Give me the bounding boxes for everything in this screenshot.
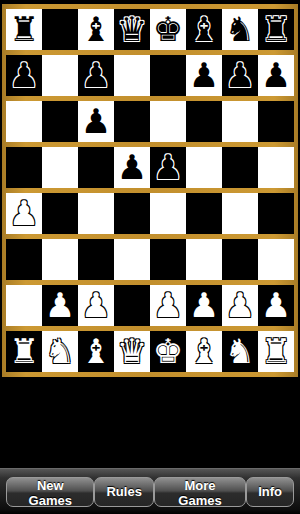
square-c1[interactable]: ♝ <box>78 331 114 372</box>
rank-4: ♟ <box>6 193 294 234</box>
square-g3[interactable] <box>222 239 258 280</box>
square-b8[interactable] <box>42 9 78 50</box>
square-h6[interactable] <box>258 101 294 142</box>
square-h5[interactable] <box>258 147 294 188</box>
square-h4[interactable] <box>258 193 294 234</box>
square-d7[interactable] <box>114 55 150 96</box>
square-d3[interactable] <box>114 239 150 280</box>
rank-2: ♟♟♟♟♟♟ <box>6 285 294 326</box>
square-a5[interactable] <box>6 147 42 188</box>
square-a7[interactable]: ♟ <box>6 55 42 96</box>
square-d8[interactable]: ♛ <box>114 9 150 50</box>
square-g4[interactable] <box>222 193 258 234</box>
bottom-toolbar: New Games Rules More Games Info <box>0 468 300 514</box>
square-e1[interactable]: ♚ <box>150 331 186 372</box>
black-bishop: ♝ <box>189 9 219 50</box>
square-b7[interactable] <box>42 55 78 96</box>
white-knight: ♞ <box>225 331 255 372</box>
square-g2[interactable]: ♟ <box>222 285 258 326</box>
white-pawn: ♟ <box>45 285 75 326</box>
new-games-button[interactable]: New Games <box>6 477 94 507</box>
white-pawn: ♟ <box>153 285 183 326</box>
chess-board: ♜♝♛♚♝♞♜♟♟♟♟♟♟♟♟♟♟♟♟♟♟♟♜♞♝♛♚♝♞♜ <box>6 9 294 372</box>
black-queen: ♛ <box>117 9 147 50</box>
square-c2[interactable]: ♟ <box>78 285 114 326</box>
square-b5[interactable] <box>42 147 78 188</box>
square-e3[interactable] <box>150 239 186 280</box>
square-d2[interactable] <box>114 285 150 326</box>
black-pawn: ♟ <box>225 55 255 96</box>
square-f5[interactable] <box>186 147 222 188</box>
square-g1[interactable]: ♞ <box>222 331 258 372</box>
black-pawn: ♟ <box>9 55 39 96</box>
square-f4[interactable] <box>186 193 222 234</box>
square-b4[interactable] <box>42 193 78 234</box>
white-pawn: ♟ <box>189 285 219 326</box>
square-a4[interactable]: ♟ <box>6 193 42 234</box>
square-e5[interactable]: ♟ <box>150 147 186 188</box>
black-pawn: ♟ <box>153 147 183 188</box>
square-h8[interactable]: ♜ <box>258 9 294 50</box>
white-pawn: ♟ <box>81 285 111 326</box>
white-pawn: ♟ <box>9 193 39 234</box>
square-d6[interactable] <box>114 101 150 142</box>
square-d4[interactable] <box>114 193 150 234</box>
white-queen: ♛ <box>117 331 147 372</box>
rank-3 <box>6 239 294 280</box>
rank-8: ♜♝♛♚♝♞♜ <box>6 9 294 50</box>
black-king: ♚ <box>153 9 183 50</box>
square-c5[interactable] <box>78 147 114 188</box>
black-pawn: ♟ <box>261 55 291 96</box>
rank-7: ♟♟♟♟♟ <box>6 55 294 96</box>
square-a8[interactable]: ♜ <box>6 9 42 50</box>
square-a6[interactable] <box>6 101 42 142</box>
square-f1[interactable]: ♝ <box>186 331 222 372</box>
white-rook: ♜ <box>9 331 39 372</box>
square-g7[interactable]: ♟ <box>222 55 258 96</box>
square-g8[interactable]: ♞ <box>222 9 258 50</box>
square-f3[interactable] <box>186 239 222 280</box>
black-pawn: ♟ <box>117 147 147 188</box>
square-e4[interactable] <box>150 193 186 234</box>
square-f7[interactable]: ♟ <box>186 55 222 96</box>
black-pawn: ♟ <box>81 55 111 96</box>
black-rook: ♜ <box>261 9 291 50</box>
square-e7[interactable] <box>150 55 186 96</box>
square-a3[interactable] <box>6 239 42 280</box>
white-pawn: ♟ <box>225 285 255 326</box>
white-king: ♚ <box>153 331 183 372</box>
square-b6[interactable] <box>42 101 78 142</box>
square-h2[interactable]: ♟ <box>258 285 294 326</box>
square-e6[interactable] <box>150 101 186 142</box>
white-knight: ♞ <box>45 331 75 372</box>
chess-board-frame: ♜♝♛♚♝♞♜♟♟♟♟♟♟♟♟♟♟♟♟♟♟♟♜♞♝♛♚♝♞♜ <box>2 4 298 377</box>
square-g5[interactable] <box>222 147 258 188</box>
square-g6[interactable] <box>222 101 258 142</box>
rules-button[interactable]: Rules <box>94 477 153 507</box>
square-f8[interactable]: ♝ <box>186 9 222 50</box>
white-bishop: ♝ <box>189 331 219 372</box>
white-bishop: ♝ <box>81 331 111 372</box>
black-pawn: ♟ <box>81 101 111 142</box>
square-h7[interactable]: ♟ <box>258 55 294 96</box>
square-b1[interactable]: ♞ <box>42 331 78 372</box>
more-games-button[interactable]: More Games <box>154 477 246 507</box>
square-e8[interactable]: ♚ <box>150 9 186 50</box>
square-f6[interactable] <box>186 101 222 142</box>
white-pawn: ♟ <box>261 285 291 326</box>
black-knight: ♞ <box>225 9 255 50</box>
square-h3[interactable] <box>258 239 294 280</box>
rank-6: ♟ <box>6 101 294 142</box>
white-rook: ♜ <box>261 331 291 372</box>
square-a1[interactable]: ♜ <box>6 331 42 372</box>
square-d1[interactable]: ♛ <box>114 331 150 372</box>
black-rook: ♜ <box>9 9 39 50</box>
info-button[interactable]: Info <box>246 477 294 507</box>
square-c8[interactable]: ♝ <box>78 9 114 50</box>
square-d5[interactable]: ♟ <box>114 147 150 188</box>
rank-5: ♟♟ <box>6 147 294 188</box>
square-a2[interactable] <box>6 285 42 326</box>
square-h1[interactable]: ♜ <box>258 331 294 372</box>
square-f2[interactable]: ♟ <box>186 285 222 326</box>
square-c7[interactable]: ♟ <box>78 55 114 96</box>
square-b2[interactable]: ♟ <box>42 285 78 326</box>
black-pawn: ♟ <box>189 55 219 96</box>
square-c6[interactable]: ♟ <box>78 101 114 142</box>
square-c3[interactable] <box>78 239 114 280</box>
square-b3[interactable] <box>42 239 78 280</box>
square-e2[interactable]: ♟ <box>150 285 186 326</box>
black-bishop: ♝ <box>81 9 111 50</box>
square-c4[interactable] <box>78 193 114 234</box>
rank-1: ♜♞♝♛♚♝♞♜ <box>6 331 294 372</box>
